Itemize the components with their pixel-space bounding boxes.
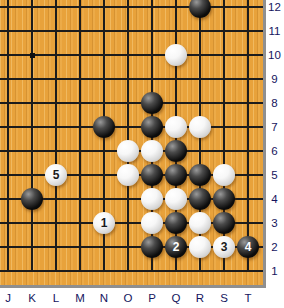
column-label-K: K	[23, 289, 41, 307]
row-label-8: 8	[266, 97, 283, 109]
column-label-M: M	[71, 289, 89, 307]
stone-black-S4[interactable]	[213, 188, 235, 210]
stone-white-Q4[interactable]	[165, 188, 187, 210]
stone-black-R4[interactable]	[189, 188, 211, 210]
column-label-J: J	[0, 289, 17, 307]
stone-black-P2[interactable]	[141, 236, 163, 258]
row-label-2: 2	[266, 241, 283, 253]
column-label-S: S	[215, 289, 233, 307]
stone-black-N7[interactable]	[93, 116, 115, 138]
stone-white-O5[interactable]	[117, 164, 139, 186]
stone-black-Q6[interactable]	[165, 140, 187, 162]
row-label-6: 6	[266, 145, 283, 157]
column-label-P: P	[143, 289, 161, 307]
grid-vline-L	[55, 0, 57, 272]
stone-white-P3[interactable]	[141, 212, 163, 234]
stone-white-S5[interactable]	[213, 164, 235, 186]
stone-white-R7[interactable]	[189, 116, 211, 138]
go-board-diagram: 51234 121110987654321 JKLMNOPQRST	[0, 0, 284, 308]
stone-white-P6[interactable]	[141, 140, 163, 162]
stone-black-R12[interactable]	[189, 0, 211, 18]
board-edge-bottom	[0, 285, 266, 288]
move-number-label: 2	[165, 236, 187, 258]
column-label-Q: Q	[167, 289, 185, 307]
stone-black-R5[interactable]	[189, 164, 211, 186]
row-label-12: 12	[266, 1, 283, 13]
stone-white-Q7[interactable]	[165, 116, 187, 138]
row-label-4: 4	[266, 193, 283, 205]
column-label-N: N	[95, 289, 113, 307]
goban[interactable]: 51234	[0, 0, 263, 285]
star-point-K10	[30, 53, 35, 58]
grid-vline-K	[31, 0, 33, 272]
move-number-label: 1	[93, 212, 115, 234]
row-label-3: 3	[266, 217, 283, 229]
move-number-label: 4	[237, 236, 259, 258]
stone-black-P5[interactable]	[141, 164, 163, 186]
column-label-L: L	[47, 289, 65, 307]
row-label-10: 10	[266, 49, 283, 61]
stone-white-S2[interactable]: 3	[213, 236, 235, 258]
grid-vline-J	[7, 0, 9, 272]
stone-black-P8[interactable]	[141, 92, 163, 114]
move-number-label: 3	[213, 236, 235, 258]
column-label-T: T	[239, 289, 257, 307]
grid-vline-M	[79, 0, 81, 272]
stone-black-Q2[interactable]: 2	[165, 236, 187, 258]
grid-vline-O	[127, 0, 129, 272]
row-label-1: 1	[266, 265, 283, 277]
stone-black-S3[interactable]	[213, 212, 235, 234]
stone-black-Q3[interactable]	[165, 212, 187, 234]
stone-black-K4[interactable]	[21, 188, 43, 210]
row-label-7: 7	[266, 121, 283, 133]
stone-white-R3[interactable]	[189, 212, 211, 234]
column-label-R: R	[191, 289, 209, 307]
stone-white-R2[interactable]	[189, 236, 211, 258]
stone-black-P7[interactable]	[141, 116, 163, 138]
column-label-O: O	[119, 289, 137, 307]
stone-black-Q5[interactable]	[165, 164, 187, 186]
row-label-9: 9	[266, 73, 283, 85]
grid-vline-T	[247, 0, 249, 272]
stone-white-P4[interactable]	[141, 188, 163, 210]
stone-black-T2[interactable]: 4	[237, 236, 259, 258]
row-label-11: 11	[266, 25, 283, 37]
stone-white-L5[interactable]: 5	[45, 164, 67, 186]
row-label-5: 5	[266, 169, 283, 181]
move-number-label: 5	[45, 164, 67, 186]
stone-white-N3[interactable]: 1	[93, 212, 115, 234]
stone-white-O6[interactable]	[117, 140, 139, 162]
stone-white-Q10[interactable]	[165, 44, 187, 66]
